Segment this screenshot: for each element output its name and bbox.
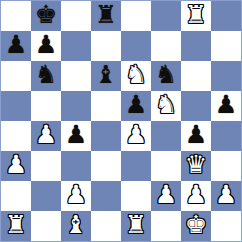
piece-white-pawn[interactable]: ♟ [65,180,87,210]
square-e5[interactable]: ♟ [121,91,151,121]
square-h7[interactable] [211,31,241,61]
piece-white-rook[interactable]: ♜ [185,0,207,30]
square-d1[interactable] [91,211,121,241]
piece-white-queen[interactable]: ♛ [185,150,207,180]
square-d8[interactable]: ♜ [91,1,121,31]
piece-black-knight[interactable]: ♞ [35,60,57,90]
piece-black-pawn[interactable]: ♟ [185,120,207,150]
square-h6[interactable] [211,61,241,91]
piece-black-pawn[interactable]: ♟ [125,90,147,120]
square-e7[interactable] [121,31,151,61]
square-e3[interactable] [121,151,151,181]
square-a3[interactable]: ♟ [1,151,31,181]
piece-white-pawn[interactable]: ♟ [215,180,237,210]
chess-board: ♚♜♜♟♟♞♝♞♞♟♞♟♟♟♟♟♟♛♟♟♟♟♜♝♜♚ [0,0,242,242]
square-b8[interactable]: ♚ [31,1,61,31]
piece-black-bishop[interactable]: ♝ [95,60,117,90]
square-a8[interactable] [1,1,31,31]
piece-black-knight[interactable]: ♞ [155,60,177,90]
square-d3[interactable] [91,151,121,181]
square-b6[interactable]: ♞ [31,61,61,91]
piece-white-rook[interactable]: ♜ [125,210,147,240]
square-a7[interactable]: ♟ [1,31,31,61]
square-f4[interactable] [151,121,181,151]
square-b7[interactable]: ♟ [31,31,61,61]
square-c2[interactable]: ♟ [61,181,91,211]
piece-white-rook[interactable]: ♜ [5,210,27,240]
piece-white-pawn[interactable]: ♟ [155,180,177,210]
square-h2[interactable]: ♟ [211,181,241,211]
square-e6[interactable]: ♞ [121,61,151,91]
square-h1[interactable] [211,211,241,241]
piece-black-pawn[interactable]: ♟ [35,30,57,60]
square-a4[interactable] [1,121,31,151]
square-c4[interactable]: ♟ [61,121,91,151]
square-d2[interactable] [91,181,121,211]
square-a1[interactable]: ♜ [1,211,31,241]
square-b3[interactable] [31,151,61,181]
piece-black-pawn[interactable]: ♟ [215,90,237,120]
square-c8[interactable] [61,1,91,31]
square-e1[interactable]: ♜ [121,211,151,241]
square-c3[interactable] [61,151,91,181]
square-f8[interactable] [151,1,181,31]
square-f3[interactable] [151,151,181,181]
piece-white-pawn[interactable]: ♟ [35,120,57,150]
square-g3[interactable]: ♛ [181,151,211,181]
square-g4[interactable]: ♟ [181,121,211,151]
square-g6[interactable] [181,61,211,91]
piece-white-king[interactable]: ♚ [185,210,207,240]
square-f5[interactable]: ♞ [151,91,181,121]
square-h8[interactable] [211,1,241,31]
square-e2[interactable] [121,181,151,211]
square-f1[interactable] [151,211,181,241]
piece-white-pawn[interactable]: ♟ [185,180,207,210]
square-b1[interactable] [31,211,61,241]
square-b2[interactable] [31,181,61,211]
square-b4[interactable]: ♟ [31,121,61,151]
piece-white-pawn[interactable]: ♟ [5,150,27,180]
square-c5[interactable] [61,91,91,121]
piece-black-rook[interactable]: ♜ [95,0,117,30]
square-f2[interactable]: ♟ [151,181,181,211]
piece-black-pawn[interactable]: ♟ [5,30,27,60]
square-h4[interactable] [211,121,241,151]
piece-white-bishop[interactable]: ♝ [65,210,87,240]
square-a5[interactable] [1,91,31,121]
square-a6[interactable] [1,61,31,91]
square-f7[interactable] [151,31,181,61]
square-c7[interactable] [61,31,91,61]
square-g1[interactable]: ♚ [181,211,211,241]
piece-black-pawn[interactable]: ♟ [65,120,87,150]
square-h3[interactable] [211,151,241,181]
square-d7[interactable] [91,31,121,61]
piece-white-knight[interactable]: ♞ [155,90,177,120]
square-g8[interactable]: ♜ [181,1,211,31]
square-c6[interactable] [61,61,91,91]
piece-white-pawn[interactable]: ♟ [125,120,147,150]
square-d5[interactable] [91,91,121,121]
square-d6[interactable]: ♝ [91,61,121,91]
square-a2[interactable] [1,181,31,211]
square-g5[interactable] [181,91,211,121]
square-b5[interactable] [31,91,61,121]
square-g2[interactable]: ♟ [181,181,211,211]
square-d4[interactable] [91,121,121,151]
square-g7[interactable] [181,31,211,61]
square-e4[interactable]: ♟ [121,121,151,151]
square-f6[interactable]: ♞ [151,61,181,91]
square-h5[interactable]: ♟ [211,91,241,121]
piece-white-knight[interactable]: ♞ [125,60,147,90]
piece-black-king[interactable]: ♚ [35,0,57,30]
square-c1[interactable]: ♝ [61,211,91,241]
square-e8[interactable] [121,1,151,31]
